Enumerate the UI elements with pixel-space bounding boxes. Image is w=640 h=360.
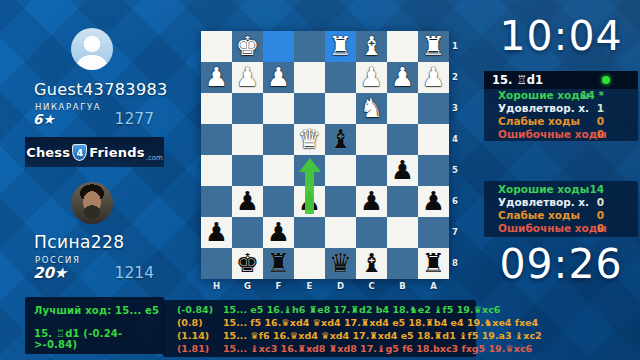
black-pawn[interactable]: ♟ <box>263 217 294 248</box>
square-c5[interactable] <box>356 155 387 186</box>
engine-line[interactable]: (0.8)15... f5 16.♛xd4 ♛xd4 17.♜xd4 e5 18… <box>177 316 476 329</box>
avatar[interactable] <box>71 28 113 70</box>
square-e5[interactable] <box>294 155 325 186</box>
square-d7[interactable] <box>325 217 356 248</box>
white-pawn[interactable]: ♟ <box>263 62 294 93</box>
square-f4[interactable] <box>263 124 294 155</box>
square-e1[interactable] <box>294 31 325 62</box>
white-king[interactable]: ♚ <box>232 31 263 62</box>
square-e2[interactable] <box>294 62 325 93</box>
square-d3[interactable] <box>325 93 356 124</box>
last-move-label: 15. ♖d1 <box>492 73 543 87</box>
square-f6[interactable] <box>263 186 294 217</box>
square-e4[interactable]: ♛ <box>294 124 325 155</box>
file-labels: HGFEDCBA <box>201 281 449 291</box>
square-f3[interactable] <box>263 93 294 124</box>
stat-row-satisfactory: Удовлетвор. х. 0 <box>484 196 638 209</box>
square-f1[interactable] <box>263 31 294 62</box>
black-pawn[interactable]: ♟ <box>201 217 232 248</box>
white-rook[interactable]: ♜ <box>418 31 449 62</box>
white-pawn[interactable]: ♟ <box>418 62 449 93</box>
black-bishop[interactable]: ♝ <box>325 124 356 155</box>
square-c4[interactable] <box>356 124 387 155</box>
black-queen[interactable]: ♛ <box>325 248 356 279</box>
stat-row-satisfactory: Удовлетвор. х. 1 <box>484 102 638 115</box>
engine-lines-panel: (-0.84)15... e5 16.♝h6 ♜e8 17.♜d2 b4 18.… <box>163 300 476 357</box>
white-bishop[interactable]: ♝ <box>356 31 387 62</box>
square-e8[interactable] <box>294 248 325 279</box>
square-h6[interactable] <box>201 186 232 217</box>
white-pawn[interactable]: ♟ <box>232 62 263 93</box>
stat-row-good: Хорошие ходы 14 <box>484 183 638 196</box>
engine-line[interactable]: (1.14)15... ♛f6 16.♛xd4 ♛xd4 17.♜xd4 e5 … <box>177 329 476 342</box>
square-a6[interactable]: ♟ <box>418 186 449 217</box>
player-name: Guest43783983 <box>34 80 174 99</box>
square-e3[interactable] <box>294 93 325 124</box>
clock-black: 09:26 <box>484 240 638 288</box>
app-window: Guest43783983 НИКАРАГУА 6★ 1277 Chess 4 … <box>0 0 640 360</box>
white-knight[interactable]: ♞ <box>356 93 387 124</box>
clock-white: 10:04 <box>484 12 638 60</box>
square-g4[interactable] <box>232 124 263 155</box>
logo-text-friends: Friends <box>89 145 144 160</box>
square-b2[interactable]: ♟ <box>387 62 418 93</box>
player-meta: 6★ 1277 <box>33 110 154 128</box>
engine-line[interactable]: (1.81)15... ♝xc3 16.♜xd8 ♜xd8 17.♝g5 f6 … <box>177 342 476 355</box>
square-b6[interactable] <box>387 186 418 217</box>
stat-row-weak: Слабые ходы 0 <box>484 209 638 222</box>
chess-board[interactable]: ♚♜♝♜♟♟♟♟♟♟♞♛♝♟♟♟♟♟♟♟♚♜♛♝♜ <box>201 31 449 279</box>
square-a2[interactable]: ♟ <box>418 62 449 93</box>
best-move-text: Лучший ход: 15... e5 <box>34 305 164 316</box>
black-bishop[interactable]: ♝ <box>356 248 387 279</box>
player-rating: 1277 <box>115 110 154 128</box>
good-move-dot-icon <box>602 76 610 84</box>
square-c2[interactable]: ♟ <box>356 62 387 93</box>
move-eval-text: 15. ♖d1 (-0.24->-0.84) <box>34 328 164 350</box>
square-a4[interactable] <box>418 124 449 155</box>
square-c1[interactable]: ♝ <box>356 31 387 62</box>
square-g5[interactable] <box>232 155 263 186</box>
white-pawn[interactable]: ♟ <box>201 62 232 93</box>
square-e7[interactable] <box>294 217 325 248</box>
player-name: Псина228 <box>34 232 174 252</box>
square-c7[interactable] <box>356 217 387 248</box>
avatar[interactable] <box>71 182 113 224</box>
square-c3[interactable]: ♞ <box>356 93 387 124</box>
square-g1[interactable]: ♚ <box>232 31 263 62</box>
chess4friends-logo: Chess 4 Friends .com <box>25 137 164 167</box>
square-g3[interactable] <box>232 93 263 124</box>
engine-line[interactable]: (-0.84)15... e5 16.♝h6 ♜e8 17.♜d2 b4 18.… <box>177 303 476 316</box>
square-d6[interactable] <box>325 186 356 217</box>
white-queen[interactable]: ♛ <box>294 124 325 155</box>
stat-row-weak: Слабые ходы 0 <box>484 115 638 128</box>
square-g6[interactable]: ♟ <box>232 186 263 217</box>
square-h5[interactable] <box>201 155 232 186</box>
square-a8[interactable]: ♜ <box>418 248 449 279</box>
stat-row-mistakes: Ошибочные ходы 0 <box>484 222 638 235</box>
square-b5[interactable]: ♟ <box>387 155 418 186</box>
square-g8[interactable]: ♚ <box>232 248 263 279</box>
square-d8[interactable]: ♛ <box>325 248 356 279</box>
white-rook[interactable]: ♜ <box>325 31 356 62</box>
black-pawn[interactable]: ♟ <box>418 186 449 217</box>
square-f2[interactable]: ♟ <box>263 62 294 93</box>
move-quality-panel-white: 15. ♖d1 Хорошие ходы 14 * Удовлетвор. х.… <box>484 71 638 141</box>
square-b7[interactable] <box>387 217 418 248</box>
best-move-panel: Лучший ход: 15... e5 15. ♖d1 (-0.24->-0.… <box>25 297 164 354</box>
black-pawn[interactable]: ♟ <box>232 186 263 217</box>
square-d4[interactable]: ♝ <box>325 124 356 155</box>
black-king[interactable]: ♚ <box>232 248 263 279</box>
square-f5[interactable] <box>263 155 294 186</box>
stat-row-mistakes: Ошибочные ходы 0 <box>484 128 638 141</box>
square-h8[interactable] <box>201 248 232 279</box>
square-b1[interactable] <box>387 31 418 62</box>
move-quality-panel-black: Хорошие ходы 14 Удовлетвор. х. 0 Слабые … <box>484 181 638 237</box>
rank-labels: 12345678 <box>452 31 458 279</box>
black-pawn[interactable]: ♟ <box>356 186 387 217</box>
square-c6[interactable]: ♟ <box>356 186 387 217</box>
square-a5[interactable] <box>418 155 449 186</box>
white-pawn[interactable]: ♟ <box>356 62 387 93</box>
black-rook[interactable]: ♜ <box>263 248 294 279</box>
square-h3[interactable] <box>201 93 232 124</box>
square-a3[interactable] <box>418 93 449 124</box>
square-b8[interactable] <box>387 248 418 279</box>
square-h7[interactable]: ♟ <box>201 217 232 248</box>
black-rook[interactable]: ♜ <box>418 248 449 279</box>
square-h2[interactable]: ♟ <box>201 62 232 93</box>
shield-icon: 4 <box>72 144 87 161</box>
white-pawn[interactable]: ♟ <box>387 62 418 93</box>
square-c8[interactable]: ♝ <box>356 248 387 279</box>
square-a7[interactable] <box>418 217 449 248</box>
logo-text-com: .com <box>146 154 163 162</box>
star-rank: 6★ <box>33 111 55 127</box>
square-d2[interactable] <box>325 62 356 93</box>
square-h4[interactable] <box>201 124 232 155</box>
square-a1[interactable]: ♜ <box>418 31 449 62</box>
square-g7[interactable] <box>232 217 263 248</box>
square-d1[interactable]: ♜ <box>325 31 356 62</box>
star-rank: 20★ <box>33 264 67 282</box>
black-pawn[interactable]: ♟ <box>387 155 418 186</box>
square-b4[interactable] <box>387 124 418 155</box>
stat-row-good: Хорошие ходы 14 * <box>484 89 638 102</box>
square-h1[interactable] <box>201 31 232 62</box>
player-rating: 1214 <box>115 264 154 282</box>
player-meta: 20★ 1214 <box>33 264 154 282</box>
square-f7[interactable]: ♟ <box>263 217 294 248</box>
square-f8[interactable]: ♜ <box>263 248 294 279</box>
square-e6[interactable]: ♟ <box>294 186 325 217</box>
last-move-header: 15. ♖d1 <box>484 71 638 89</box>
square-d5[interactable] <box>325 155 356 186</box>
square-g2[interactable]: ♟ <box>232 62 263 93</box>
black-pawn[interactable]: ♟ <box>294 186 325 217</box>
square-b3[interactable] <box>387 93 418 124</box>
logo-text-chess: Chess <box>26 145 70 160</box>
